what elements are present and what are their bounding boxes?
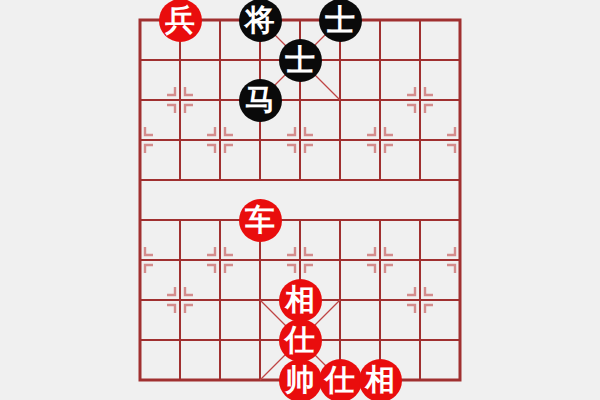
piece-red-advisor[interactable]: 仕 bbox=[279, 319, 322, 362]
xiangqi-app: 兵将士士马车相仕帅仕相 bbox=[0, 0, 600, 400]
piece-black-horse[interactable]: 马 bbox=[239, 79, 282, 122]
piece-red-advisor[interactable]: 仕 bbox=[319, 359, 362, 400]
pieces-layer: 兵将士士马车相仕帅仕相 bbox=[120, 0, 480, 400]
piece-red-elephant[interactable]: 相 bbox=[359, 359, 402, 400]
xiangqi-board[interactable]: 兵将士士马车相仕帅仕相 bbox=[0, 0, 600, 400]
piece-black-advisor[interactable]: 士 bbox=[279, 39, 322, 82]
piece-red-king[interactable]: 帅 bbox=[279, 359, 322, 400]
piece-red-soldier[interactable]: 兵 bbox=[159, 0, 202, 42]
piece-black-general[interactable]: 将 bbox=[239, 0, 282, 42]
piece-black-advisor[interactable]: 士 bbox=[319, 0, 362, 42]
piece-red-elephant[interactable]: 相 bbox=[279, 279, 322, 322]
piece-red-chariot[interactable]: 车 bbox=[239, 199, 282, 242]
